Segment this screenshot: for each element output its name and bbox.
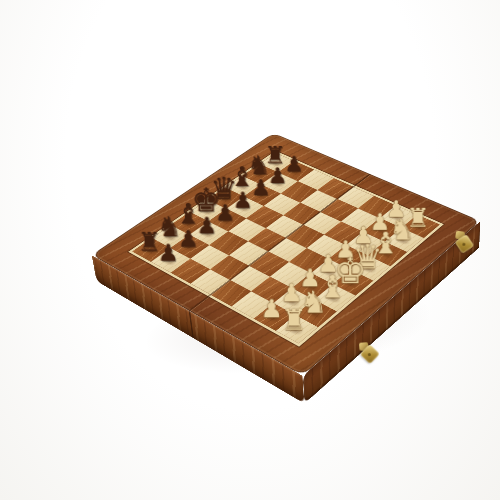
product-photo-scene: ♜♟♟♜♞♟♟♞♝♟♟♝♛♟♟♛♚♟♟♚♝♟♟♝♞♟♟♞♜♟♟♜ bbox=[0, 0, 500, 500]
piece-white-pawn-h2: ♟ bbox=[261, 296, 283, 321]
piece-black-pawn-f7: ♟ bbox=[196, 215, 216, 238]
piece-white-rook-h1: ♜ bbox=[282, 306, 308, 335]
piece-black-pawn-h7: ♟ bbox=[158, 241, 179, 264]
fold-seam-notch bbox=[189, 311, 194, 339]
piece-black-pawn-d7: ♟ bbox=[233, 189, 253, 211]
piece-black-pawn-e7: ♟ bbox=[215, 202, 235, 224]
stage: ♜♟♟♜♞♟♟♞♝♟♟♝♛♟♟♛♚♟♟♚♝♟♟♝♞♟♟♞♜♟♟♜ bbox=[0, 0, 500, 500]
brass-clasp-upper-icon bbox=[448, 228, 482, 266]
brass-clasp-lower-icon bbox=[355, 339, 387, 375]
board-top-face: ♜♟♟♜♞♟♟♞♝♟♟♝♛♟♟♛♚♟♟♚♝♟♟♝♞♟♟♞♜♟♟♜ bbox=[92, 133, 481, 376]
